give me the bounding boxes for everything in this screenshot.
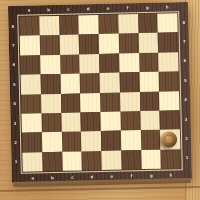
- square-e7[interactable]: [99, 34, 119, 54]
- square-f8[interactable]: [118, 14, 138, 34]
- rank-label-left-4: 4: [13, 102, 16, 106]
- square-c4[interactable]: [61, 93, 81, 113]
- file-label-top-h: h: [166, 5, 169, 9]
- square-f2[interactable]: [121, 130, 141, 150]
- file-label-bottom-h: h: [170, 173, 173, 177]
- rank-label-right-4: 4: [184, 98, 187, 102]
- square-g2[interactable]: [140, 130, 160, 150]
- square-g6[interactable]: [139, 52, 159, 72]
- square-f1[interactable]: [121, 150, 141, 170]
- square-e3[interactable]: [100, 111, 120, 131]
- square-c5[interactable]: [60, 74, 80, 94]
- square-d5[interactable]: [80, 73, 100, 93]
- square-a6[interactable]: [20, 55, 40, 75]
- square-b1[interactable]: [42, 152, 62, 172]
- square-b7[interactable]: [39, 35, 59, 55]
- square-a1[interactable]: [22, 152, 42, 172]
- square-f4[interactable]: [120, 92, 140, 112]
- rank-label-left-5: 5: [13, 83, 16, 87]
- square-d4[interactable]: [80, 93, 100, 113]
- square-d8[interactable]: [78, 15, 98, 35]
- file-label-top-c: c: [67, 7, 69, 11]
- file-label-top-f: f: [127, 6, 129, 10]
- square-e4[interactable]: [100, 92, 120, 112]
- file-label-bottom-a: a: [31, 176, 34, 180]
- rank-label-left-1: 1: [15, 160, 18, 164]
- square-b2[interactable]: [42, 132, 62, 152]
- file-label-top-b: b: [47, 8, 50, 12]
- rank-label-right-2: 2: [185, 137, 188, 141]
- square-e6[interactable]: [99, 53, 119, 73]
- square-g8[interactable]: [138, 14, 158, 34]
- rank-label-right-1: 1: [186, 156, 189, 160]
- square-h8[interactable]: [157, 13, 177, 33]
- square-g3[interactable]: [140, 111, 160, 131]
- file-label-bottom-g: g: [150, 173, 153, 177]
- square-h6[interactable]: [158, 52, 178, 72]
- square-h1[interactable]: [161, 149, 181, 169]
- square-c3[interactable]: [61, 112, 81, 132]
- square-d2[interactable]: [81, 131, 101, 151]
- photo-stage: aa88bb77cc66dd55ee44ff33gg22hh11: [0, 0, 200, 200]
- square-a5[interactable]: [21, 74, 41, 94]
- rank-label-right-5: 5: [184, 79, 187, 83]
- square-a8[interactable]: [19, 16, 39, 36]
- square-f3[interactable]: [120, 111, 140, 131]
- square-c2[interactable]: [61, 132, 81, 152]
- square-c1[interactable]: [62, 151, 82, 171]
- square-a2[interactable]: [22, 133, 42, 153]
- rank-label-right-8: 8: [182, 21, 185, 25]
- file-label-bottom-d: d: [91, 175, 94, 179]
- square-e2[interactable]: [101, 131, 121, 151]
- rank-label-left-3: 3: [14, 121, 17, 125]
- file-label-bottom-b: b: [51, 176, 54, 180]
- file-label-bottom-f: f: [131, 174, 133, 178]
- square-e1[interactable]: [101, 150, 121, 170]
- square-g1[interactable]: [141, 149, 161, 169]
- rank-label-left-2: 2: [14, 141, 17, 145]
- square-d6[interactable]: [79, 54, 99, 74]
- square-g4[interactable]: [139, 91, 159, 111]
- file-label-top-g: g: [146, 5, 149, 9]
- rank-label-left-8: 8: [12, 25, 15, 29]
- file-label-bottom-c: c: [71, 175, 73, 179]
- square-h7[interactable]: [158, 33, 178, 53]
- square-a4[interactable]: [21, 94, 41, 114]
- square-b4[interactable]: [41, 93, 61, 113]
- file-label-top-a: a: [28, 8, 31, 12]
- square-f7[interactable]: [118, 33, 138, 53]
- square-a3[interactable]: [21, 113, 41, 133]
- rank-label-right-6: 6: [183, 59, 186, 63]
- file-label-bottom-e: e: [110, 174, 113, 178]
- square-f5[interactable]: [119, 72, 139, 92]
- square-b3[interactable]: [41, 113, 61, 133]
- square-h4[interactable]: [159, 91, 179, 111]
- square-e8[interactable]: [98, 15, 118, 35]
- square-e5[interactable]: [100, 73, 120, 93]
- rank-label-left-6: 6: [12, 63, 15, 67]
- square-d1[interactable]: [82, 151, 102, 171]
- rank-label-right-7: 7: [183, 40, 186, 44]
- square-b5[interactable]: [40, 74, 60, 94]
- square-b6[interactable]: [40, 55, 60, 75]
- square-a7[interactable]: [20, 36, 40, 56]
- square-d3[interactable]: [81, 112, 101, 132]
- square-c7[interactable]: [59, 35, 79, 55]
- square-b8[interactable]: [39, 16, 59, 36]
- board-grid: [19, 13, 180, 172]
- file-label-top-e: e: [107, 6, 110, 10]
- square-c8[interactable]: [59, 15, 79, 35]
- square-g7[interactable]: [138, 33, 158, 53]
- square-g5[interactable]: [139, 72, 159, 92]
- chessboard: aa88bb77cc66dd55ee44ff33gg22hh11: [8, 2, 192, 183]
- rank-label-right-3: 3: [185, 118, 188, 122]
- square-h3[interactable]: [160, 110, 180, 130]
- square-f6[interactable]: [119, 53, 139, 73]
- square-d7[interactable]: [79, 34, 99, 54]
- square-h5[interactable]: [159, 71, 179, 91]
- rank-label-left-7: 7: [12, 44, 15, 48]
- file-label-top-d: d: [87, 7, 90, 11]
- square-c6[interactable]: [60, 54, 80, 74]
